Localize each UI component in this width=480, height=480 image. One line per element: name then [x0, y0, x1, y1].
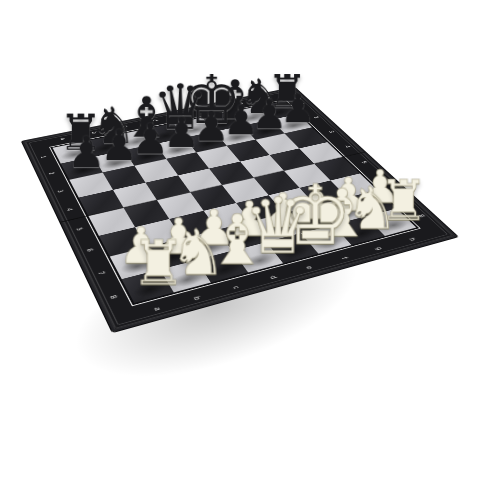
square-a7[interactable]: ♟ [61, 157, 103, 180]
board-frame: abcdefgh abcdefgh 12345678 12345678 ♜♞♝♛… [22, 87, 458, 332]
product-photo-scene: abcdefgh abcdefgh 12345678 12345678 ♜♞♝♛… [0, 0, 480, 480]
board-grid: ♜♞♝♛♚♝♞♜♟♟♟♟♟♟♟♟♟♟♟♟♟♟♟♟♜♞♝♛♚♝♞♜ [53, 101, 417, 303]
chess-board: abcdefgh abcdefgh 12345678 12345678 ♜♞♝♛… [22, 87, 458, 332]
piece-black-pawn[interactable]: ♟ [67, 132, 101, 173]
playing-area: ♜♞♝♛♚♝♞♜♟♟♟♟♟♟♟♟♟♟♟♟♟♟♟♟♜♞♝♛♚♝♞♜ [49, 99, 421, 306]
piece-white-rook[interactable]: ♜ [131, 234, 172, 293]
